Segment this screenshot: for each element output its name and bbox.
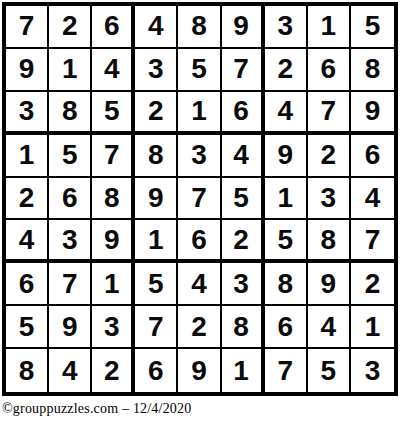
cell-r3c9[interactable]: 9 [351, 92, 394, 135]
cell-r1c6[interactable]: 9 [222, 6, 265, 49]
cell-r9c6[interactable]: 1 [222, 349, 265, 392]
cell-r8c9[interactable]: 1 [351, 306, 394, 349]
cell-r8c5[interactable]: 2 [178, 306, 221, 349]
cell-r9c1[interactable]: 8 [6, 349, 49, 392]
cell-r5c4[interactable]: 9 [135, 178, 178, 221]
cell-r6c8[interactable]: 8 [308, 220, 351, 263]
cell-r3c8[interactable]: 7 [308, 92, 351, 135]
cell-r6c5[interactable]: 6 [178, 220, 221, 263]
cell-r6c7[interactable]: 5 [265, 220, 308, 263]
sudoku-board: 7264893159143572683852164791578349262689… [2, 2, 398, 396]
cell-r4c8[interactable]: 2 [308, 135, 351, 178]
copyright-footer: ©grouppuzzles.com – 12/4/2020 [2, 401, 191, 417]
cell-r1c2[interactable]: 2 [49, 6, 92, 49]
cell-r1c4[interactable]: 4 [135, 6, 178, 49]
cell-r9c4[interactable]: 6 [135, 349, 178, 392]
cell-r5c8[interactable]: 3 [308, 178, 351, 221]
cell-r8c3[interactable]: 3 [92, 306, 135, 349]
cell-r8c1[interactable]: 5 [6, 306, 49, 349]
cell-r9c3[interactable]: 2 [92, 349, 135, 392]
cell-r2c2[interactable]: 1 [49, 49, 92, 92]
cell-r5c9[interactable]: 4 [351, 178, 394, 221]
cell-r7c7[interactable]: 8 [265, 263, 308, 306]
cell-r5c6[interactable]: 5 [222, 178, 265, 221]
cell-r1c5[interactable]: 8 [178, 6, 221, 49]
cell-r7c6[interactable]: 3 [222, 263, 265, 306]
cell-r6c1[interactable]: 4 [6, 220, 49, 263]
cell-r7c4[interactable]: 5 [135, 263, 178, 306]
cell-r6c3[interactable]: 9 [92, 220, 135, 263]
cell-r1c1[interactable]: 7 [6, 6, 49, 49]
cell-r3c3[interactable]: 5 [92, 92, 135, 135]
cell-r5c5[interactable]: 7 [178, 178, 221, 221]
cell-r9c9[interactable]: 3 [351, 349, 394, 392]
cell-r7c2[interactable]: 7 [49, 263, 92, 306]
cell-r6c9[interactable]: 7 [351, 220, 394, 263]
cell-r2c4[interactable]: 3 [135, 49, 178, 92]
cell-r8c6[interactable]: 8 [222, 306, 265, 349]
cell-r4c5[interactable]: 3 [178, 135, 221, 178]
cell-r9c8[interactable]: 5 [308, 349, 351, 392]
cell-r1c8[interactable]: 1 [308, 6, 351, 49]
cell-r5c1[interactable]: 2 [6, 178, 49, 221]
cell-r2c9[interactable]: 8 [351, 49, 394, 92]
cell-r1c9[interactable]: 5 [351, 6, 394, 49]
cell-r7c1[interactable]: 6 [6, 263, 49, 306]
cell-r8c7[interactable]: 6 [265, 306, 308, 349]
cell-r9c5[interactable]: 9 [178, 349, 221, 392]
cell-r4c3[interactable]: 7 [92, 135, 135, 178]
cell-r7c5[interactable]: 4 [178, 263, 221, 306]
cell-r4c7[interactable]: 9 [265, 135, 308, 178]
cell-r4c2[interactable]: 5 [49, 135, 92, 178]
cell-r2c8[interactable]: 6 [308, 49, 351, 92]
cell-r4c6[interactable]: 4 [222, 135, 265, 178]
cell-r5c7[interactable]: 1 [265, 178, 308, 221]
cell-r3c5[interactable]: 1 [178, 92, 221, 135]
cell-r8c4[interactable]: 7 [135, 306, 178, 349]
cell-r1c7[interactable]: 3 [265, 6, 308, 49]
cell-r2c6[interactable]: 7 [222, 49, 265, 92]
cell-r5c2[interactable]: 6 [49, 178, 92, 221]
cell-r2c5[interactable]: 5 [178, 49, 221, 92]
sudoku-page: 7264893159143572683852164791578349262689… [0, 0, 402, 424]
cell-r8c8[interactable]: 4 [308, 306, 351, 349]
cell-r9c2[interactable]: 4 [49, 349, 92, 392]
cell-r2c7[interactable]: 2 [265, 49, 308, 92]
cell-r8c2[interactable]: 9 [49, 306, 92, 349]
cell-r3c1[interactable]: 3 [6, 92, 49, 135]
cell-r3c7[interactable]: 4 [265, 92, 308, 135]
cell-r4c1[interactable]: 1 [6, 135, 49, 178]
cell-r9c7[interactable]: 7 [265, 349, 308, 392]
cell-r6c6[interactable]: 2 [222, 220, 265, 263]
cell-r2c1[interactable]: 9 [6, 49, 49, 92]
cell-r5c3[interactable]: 8 [92, 178, 135, 221]
cell-r3c4[interactable]: 2 [135, 92, 178, 135]
cell-r3c6[interactable]: 6 [222, 92, 265, 135]
cell-r1c3[interactable]: 6 [92, 6, 135, 49]
cell-r4c4[interactable]: 8 [135, 135, 178, 178]
cell-r4c9[interactable]: 6 [351, 135, 394, 178]
cell-r3c2[interactable]: 8 [49, 92, 92, 135]
cell-r2c3[interactable]: 4 [92, 49, 135, 92]
cell-r7c8[interactable]: 9 [308, 263, 351, 306]
cell-r6c4[interactable]: 1 [135, 220, 178, 263]
cell-r7c9[interactable]: 2 [351, 263, 394, 306]
cell-r7c3[interactable]: 1 [92, 263, 135, 306]
cell-r6c2[interactable]: 3 [49, 220, 92, 263]
